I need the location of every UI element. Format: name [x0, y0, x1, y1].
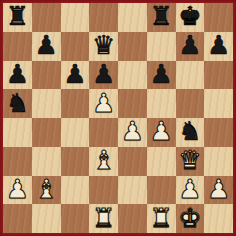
- piece-black-queen: ♛: [92, 32, 115, 58]
- square-e6[interactable]: [118, 61, 147, 90]
- square-c3[interactable]: [61, 147, 90, 176]
- square-c4[interactable]: [61, 118, 90, 147]
- square-d8[interactable]: [89, 3, 118, 32]
- piece-white-pawn: ♟: [149, 118, 172, 144]
- piece-black-rook: ♜: [6, 3, 29, 29]
- square-f8[interactable]: ♜: [147, 3, 176, 32]
- square-f3[interactable]: [147, 147, 176, 176]
- square-h4[interactable]: [204, 118, 233, 147]
- piece-black-pawn: ♟: [63, 61, 86, 87]
- square-e4[interactable]: ♟: [118, 118, 147, 147]
- square-f4[interactable]: ♟: [147, 118, 176, 147]
- square-d4[interactable]: [89, 118, 118, 147]
- square-c7[interactable]: [61, 32, 90, 61]
- square-g3[interactable]: ♛: [176, 147, 205, 176]
- square-g4[interactable]: ♞: [176, 118, 205, 147]
- square-h7[interactable]: ♟: [204, 32, 233, 61]
- piece-black-knight: ♞: [178, 118, 201, 144]
- piece-white-pawn: ♟: [92, 90, 115, 116]
- piece-black-pawn: ♟: [6, 61, 29, 87]
- square-e3[interactable]: [118, 147, 147, 176]
- square-f6[interactable]: ♟: [147, 61, 176, 90]
- square-b3[interactable]: [32, 147, 61, 176]
- piece-white-bishop: ♝: [92, 147, 115, 173]
- square-d5[interactable]: ♟: [89, 89, 118, 118]
- square-c8[interactable]: [61, 3, 90, 32]
- square-c5[interactable]: [61, 89, 90, 118]
- square-g1[interactable]: ♚: [176, 204, 205, 233]
- chess-board-frame: ♜♜♚♟♛♟♟♟♟♟♟♞♟♟♟♞♝♛♟♝♟♟♜♜♚: [0, 0, 236, 236]
- piece-black-pawn: ♟: [149, 61, 172, 87]
- square-g7[interactable]: ♟: [176, 32, 205, 61]
- square-d6[interactable]: ♟: [89, 61, 118, 90]
- square-b8[interactable]: [32, 3, 61, 32]
- square-h6[interactable]: [204, 61, 233, 90]
- square-a7[interactable]: [3, 32, 32, 61]
- square-e2[interactable]: [118, 176, 147, 205]
- square-b5[interactable]: [32, 89, 61, 118]
- square-c6[interactable]: ♟: [61, 61, 90, 90]
- square-f1[interactable]: ♜: [147, 204, 176, 233]
- piece-black-rook: ♜: [149, 3, 172, 29]
- square-g8[interactable]: ♚: [176, 3, 205, 32]
- square-a3[interactable]: [3, 147, 32, 176]
- piece-white-pawn: ♟: [121, 118, 144, 144]
- square-b4[interactable]: [32, 118, 61, 147]
- square-b1[interactable]: [32, 204, 61, 233]
- square-e1[interactable]: [118, 204, 147, 233]
- piece-white-rook: ♜: [92, 205, 115, 231]
- square-b7[interactable]: ♟: [32, 32, 61, 61]
- square-a1[interactable]: [3, 204, 32, 233]
- piece-black-king: ♚: [178, 3, 201, 29]
- square-g2[interactable]: ♟: [176, 176, 205, 205]
- piece-black-knight: ♞: [6, 90, 29, 116]
- piece-black-pawn: ♟: [178, 32, 201, 58]
- square-g6[interactable]: [176, 61, 205, 90]
- square-h3[interactable]: [204, 147, 233, 176]
- piece-white-king: ♚: [178, 205, 201, 231]
- piece-white-pawn: ♟: [6, 176, 29, 202]
- square-a6[interactable]: ♟: [3, 61, 32, 90]
- piece-white-rook: ♜: [149, 205, 172, 231]
- piece-black-pawn: ♟: [92, 61, 115, 87]
- square-f7[interactable]: [147, 32, 176, 61]
- square-d1[interactable]: ♜: [89, 204, 118, 233]
- piece-black-pawn: ♟: [207, 32, 230, 58]
- square-b2[interactable]: ♝: [32, 176, 61, 205]
- chess-board: ♜♜♚♟♛♟♟♟♟♟♟♞♟♟♟♞♝♛♟♝♟♟♜♜♚: [3, 3, 233, 233]
- piece-white-queen: ♛: [178, 147, 201, 173]
- square-h5[interactable]: [204, 89, 233, 118]
- square-c2[interactable]: [61, 176, 90, 205]
- square-f2[interactable]: [147, 176, 176, 205]
- square-d3[interactable]: ♝: [89, 147, 118, 176]
- square-h2[interactable]: ♟: [204, 176, 233, 205]
- square-f5[interactable]: [147, 89, 176, 118]
- square-e7[interactable]: [118, 32, 147, 61]
- square-g5[interactable]: [176, 89, 205, 118]
- square-d2[interactable]: [89, 176, 118, 205]
- square-h8[interactable]: [204, 3, 233, 32]
- piece-white-pawn: ♟: [178, 176, 201, 202]
- square-e8[interactable]: [118, 3, 147, 32]
- piece-white-pawn: ♟: [207, 176, 230, 202]
- square-b6[interactable]: [32, 61, 61, 90]
- square-d7[interactable]: ♛: [89, 32, 118, 61]
- square-a4[interactable]: [3, 118, 32, 147]
- piece-white-bishop: ♝: [34, 176, 57, 202]
- square-e5[interactable]: [118, 89, 147, 118]
- square-c1[interactable]: [61, 204, 90, 233]
- square-h1[interactable]: [204, 204, 233, 233]
- square-a5[interactable]: ♞: [3, 89, 32, 118]
- square-a8[interactable]: ♜: [3, 3, 32, 32]
- square-a2[interactable]: ♟: [3, 176, 32, 205]
- piece-black-pawn: ♟: [34, 32, 57, 58]
